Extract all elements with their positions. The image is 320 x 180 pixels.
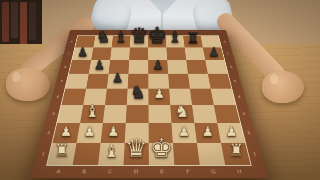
square-e5[interactable] xyxy=(148,73,169,88)
book-spine xyxy=(20,2,27,44)
book-spine xyxy=(2,2,9,42)
square-e3[interactable] xyxy=(148,105,171,123)
square-c6[interactable] xyxy=(108,60,129,74)
square-b1[interactable] xyxy=(72,143,100,165)
file-label-a: A xyxy=(44,166,72,177)
square-d1[interactable] xyxy=(123,143,148,165)
square-d7[interactable] xyxy=(129,47,148,60)
square-b3[interactable] xyxy=(80,105,105,123)
file-label-g: G xyxy=(200,166,228,177)
file-label-b: B xyxy=(71,166,98,177)
file-labels: ABCDEFGH xyxy=(44,166,253,177)
square-b2[interactable] xyxy=(76,123,102,143)
book-spine xyxy=(11,2,18,38)
book-spine xyxy=(29,2,36,40)
square-e7[interactable] xyxy=(148,47,167,60)
square-a8[interactable] xyxy=(75,36,95,48)
square-c4[interactable] xyxy=(105,88,128,104)
square-g5[interactable] xyxy=(188,73,211,88)
square-e8[interactable] xyxy=(148,36,166,48)
left-hand xyxy=(6,68,50,101)
square-b8[interactable] xyxy=(93,36,113,48)
square-f3[interactable] xyxy=(170,105,194,123)
square-e6[interactable] xyxy=(148,60,168,74)
square-f2[interactable] xyxy=(171,123,196,143)
square-a5[interactable] xyxy=(65,73,88,88)
square-c2[interactable] xyxy=(100,123,125,143)
bookshelf xyxy=(0,0,42,48)
square-c7[interactable] xyxy=(110,47,130,60)
square-e2[interactable] xyxy=(148,123,172,143)
square-d4[interactable] xyxy=(126,88,148,104)
board-squares xyxy=(46,35,252,165)
square-b6[interactable] xyxy=(88,60,109,74)
square-d2[interactable] xyxy=(124,123,148,143)
square-g8[interactable] xyxy=(183,36,203,48)
square-c3[interactable] xyxy=(103,105,127,123)
right-fist xyxy=(262,71,304,103)
square-d5[interactable] xyxy=(127,73,148,88)
square-c1[interactable] xyxy=(98,143,125,165)
square-g6[interactable] xyxy=(186,60,208,74)
square-a6[interactable] xyxy=(69,60,91,74)
square-f1[interactable] xyxy=(172,143,199,165)
square-d8[interactable] xyxy=(130,36,148,48)
knuckle xyxy=(270,74,278,84)
knuckle xyxy=(12,72,20,82)
square-b4[interactable] xyxy=(83,88,107,104)
file-label-e: E xyxy=(149,166,175,177)
file-label-f: F xyxy=(174,166,201,177)
square-d3[interactable] xyxy=(125,105,148,123)
square-d6[interactable] xyxy=(128,60,148,74)
square-f7[interactable] xyxy=(166,47,186,60)
square-f8[interactable] xyxy=(165,36,184,48)
square-b7[interactable] xyxy=(91,47,111,60)
square-c5[interactable] xyxy=(107,73,129,88)
file-label-c: C xyxy=(97,166,124,177)
square-f4[interactable] xyxy=(169,88,192,104)
square-b5[interactable] xyxy=(86,73,108,88)
square-e4[interactable] xyxy=(148,88,170,104)
square-e1[interactable] xyxy=(148,143,174,165)
square-g7[interactable] xyxy=(184,47,205,60)
file-label-h: H xyxy=(225,166,253,177)
file-label-d: D xyxy=(123,166,149,177)
video-frame: ABCDEFGH 87654321 87654321 ♞♝♛♚♝♜♟♟♟♟♟♞♟… xyxy=(0,0,320,180)
square-a7[interactable] xyxy=(72,47,93,60)
chess-board: ABCDEFGH 87654321 87654321 xyxy=(30,30,268,178)
square-f6[interactable] xyxy=(167,60,188,74)
square-c8[interactable] xyxy=(111,36,130,48)
square-f5[interactable] xyxy=(168,73,190,88)
